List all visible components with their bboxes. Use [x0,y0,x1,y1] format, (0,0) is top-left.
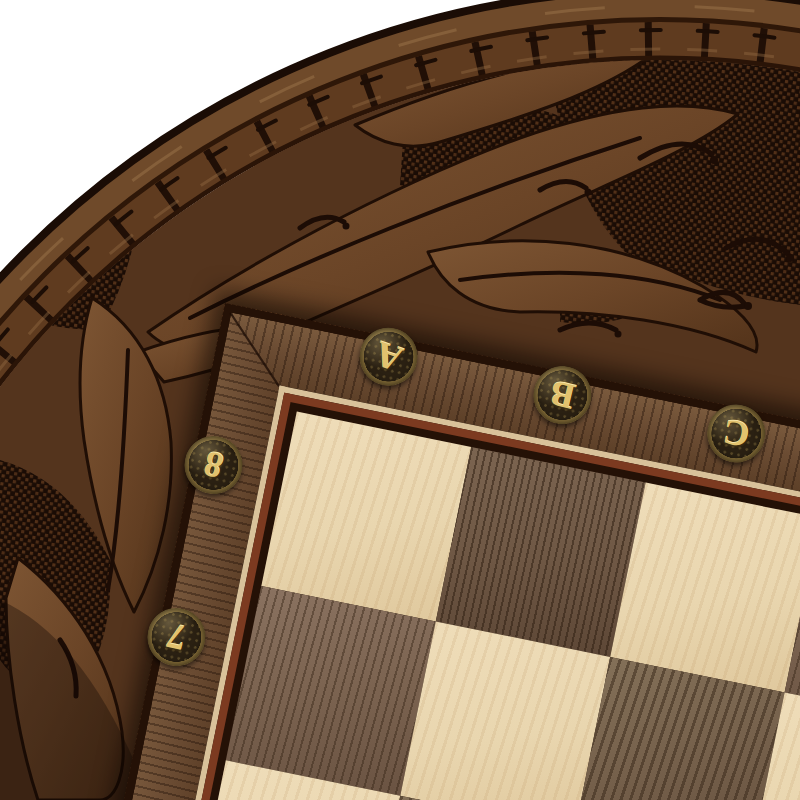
photo-stage: A B C 8 7 [0,0,800,800]
rank-label-7: 7 [164,618,189,657]
square-a8[interactable] [261,411,471,621]
rank-label-8: 8 [200,445,227,485]
square-c8[interactable] [610,482,800,692]
square-a7[interactable] [226,586,436,796]
file-label-b: B [547,375,579,416]
file-label-c: C [720,414,752,454]
file-label-a: A [371,335,407,377]
square-b8[interactable] [436,447,646,657]
